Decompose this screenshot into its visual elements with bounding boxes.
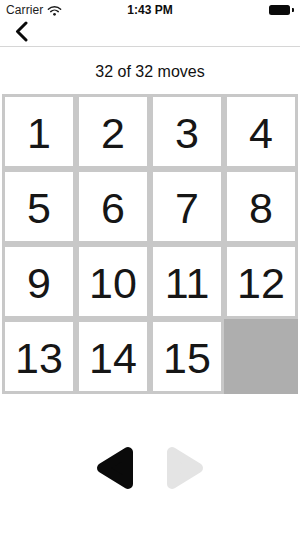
battery-full-icon — [269, 5, 290, 15]
tile-12[interactable]: 12 — [224, 244, 298, 319]
app-screen: Carrier 1:43 PM 32 of 32 moves 123456789… — [0, 0, 300, 533]
puzzle-board: 123456789101112131415 — [2, 94, 298, 394]
tile-7[interactable]: 7 — [150, 169, 224, 244]
chevron-left-icon — [14, 21, 29, 42]
nav-bar — [0, 20, 300, 47]
status-bar: Carrier 1:43 PM — [0, 0, 300, 20]
tile-8[interactable]: 8 — [224, 169, 298, 244]
status-bar-right — [269, 5, 294, 15]
replay-controls — [0, 445, 300, 491]
tile-10[interactable]: 10 — [76, 244, 150, 319]
moves-status: 32 of 32 moves — [0, 63, 300, 81]
tile-13[interactable]: 13 — [2, 319, 76, 394]
tile-14[interactable]: 14 — [76, 319, 150, 394]
tile-3[interactable]: 3 — [150, 94, 224, 169]
triangle-right-icon — [160, 445, 206, 491]
triangle-left-icon — [94, 445, 140, 491]
tile-1[interactable]: 1 — [2, 94, 76, 169]
step-back-button[interactable] — [94, 445, 140, 491]
tile-6[interactable]: 6 — [76, 169, 150, 244]
step-forward-button[interactable] — [160, 445, 206, 491]
tile-4[interactable]: 4 — [224, 94, 298, 169]
tile-2[interactable]: 2 — [76, 94, 150, 169]
back-button[interactable] — [11, 21, 31, 45]
battery-cap — [292, 8, 294, 12]
empty-cell — [224, 319, 298, 394]
tile-15[interactable]: 15 — [150, 319, 224, 394]
tile-11[interactable]: 11 — [150, 244, 224, 319]
clock: 1:43 PM — [0, 3, 300, 17]
tile-9[interactable]: 9 — [2, 244, 76, 319]
tile-5[interactable]: 5 — [2, 169, 76, 244]
